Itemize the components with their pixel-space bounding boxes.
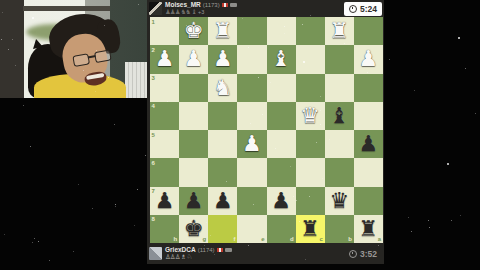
star bbox=[34, 238, 35, 239]
square-h8[interactable]: 8h bbox=[150, 215, 179, 243]
square-h4[interactable]: 4 bbox=[150, 102, 179, 130]
star bbox=[309, 196, 310, 197]
star bbox=[104, 25, 105, 26]
star bbox=[4, 234, 5, 235]
white-rook-b1: ♜ bbox=[325, 17, 354, 45]
square-f1[interactable]: ♜ bbox=[208, 17, 237, 45]
star bbox=[447, 163, 449, 165]
black-pawn-f7: ♟ bbox=[208, 187, 237, 215]
star bbox=[23, 105, 24, 106]
star bbox=[32, 242, 33, 243]
top-player-badge-icon bbox=[230, 3, 237, 7]
star bbox=[367, 72, 368, 73]
file-label-b: b bbox=[348, 236, 352, 242]
glasses bbox=[72, 49, 111, 65]
square-d2[interactable]: ♝ bbox=[267, 45, 296, 73]
star bbox=[95, 91, 96, 92]
square-g5[interactable] bbox=[179, 130, 208, 158]
star bbox=[115, 206, 116, 207]
square-e2[interactable] bbox=[237, 45, 266, 73]
rank-label-6: 6 bbox=[152, 160, 155, 166]
square-f6[interactable] bbox=[208, 158, 237, 186]
star bbox=[290, 166, 291, 167]
square-e6[interactable] bbox=[237, 158, 266, 186]
star bbox=[30, 146, 31, 147]
square-c5[interactable] bbox=[296, 130, 325, 158]
square-a3[interactable] bbox=[354, 74, 383, 102]
square-h2[interactable]: 2♟ bbox=[150, 45, 179, 73]
square-d7[interactable]: ♟ bbox=[267, 187, 296, 215]
bottom-player-bar: GriexDCA (1174) ♙♙♙ ♗ ♘ 3:52 bbox=[147, 243, 384, 264]
star bbox=[83, 70, 84, 71]
star bbox=[214, 254, 215, 255]
star bbox=[108, 77, 109, 78]
star bbox=[429, 227, 430, 228]
star bbox=[143, 93, 144, 94]
star bbox=[460, 215, 461, 216]
square-h3[interactable]: 3 bbox=[150, 74, 179, 102]
rank-label-2: 2 bbox=[152, 47, 155, 53]
top-player-captured-pieces: ♟♟♟ ♞♞ ♝ bbox=[165, 9, 196, 16]
star bbox=[188, 26, 189, 27]
square-g2[interactable]: ♟ bbox=[179, 45, 208, 73]
star bbox=[145, 155, 146, 156]
star bbox=[320, 110, 321, 111]
star bbox=[186, 25, 187, 26]
square-e3[interactable] bbox=[237, 74, 266, 102]
square-a6[interactable] bbox=[354, 158, 383, 186]
square-a1[interactable] bbox=[354, 17, 383, 45]
file-label-f: f bbox=[233, 236, 235, 242]
top-player-avatar[interactable] bbox=[149, 2, 162, 15]
square-g1[interactable]: ♚ bbox=[179, 17, 208, 45]
star bbox=[248, 245, 249, 246]
square-d8[interactable]: d bbox=[267, 215, 296, 243]
black-clock: 3:52 bbox=[344, 247, 382, 261]
star bbox=[115, 204, 116, 205]
square-d1[interactable] bbox=[267, 17, 296, 45]
star bbox=[310, 15, 311, 16]
star bbox=[49, 260, 50, 261]
top-player-rating: (1173) bbox=[203, 2, 220, 8]
star bbox=[316, 142, 317, 143]
square-g6[interactable] bbox=[179, 158, 208, 186]
star bbox=[275, 148, 276, 149]
square-e7[interactable] bbox=[237, 187, 266, 215]
star bbox=[378, 245, 379, 246]
chess-app-panel: Moises_MR (1173) ♟♟♟ ♞♞ ♝ +3 5:24 1♚♜♜2♟… bbox=[147, 0, 384, 264]
top-player-flag-icon bbox=[222, 3, 228, 7]
star bbox=[303, 61, 305, 63]
rank-label-1: 1 bbox=[152, 19, 155, 25]
white-pawn-g2: ♟ bbox=[179, 45, 208, 73]
square-a8[interactable]: a♜ bbox=[354, 215, 383, 243]
star bbox=[329, 139, 330, 140]
star bbox=[296, 200, 297, 201]
square-b6[interactable] bbox=[325, 158, 354, 186]
square-f2[interactable]: ♟ bbox=[208, 45, 237, 73]
square-c4[interactable]: ♛ bbox=[296, 102, 325, 130]
square-b2[interactable] bbox=[325, 45, 354, 73]
file-label-c: c bbox=[319, 236, 322, 242]
square-h6[interactable]: 6 bbox=[150, 158, 179, 186]
bottom-player-captured-pieces: ♙♙♙ ♗ ♘ bbox=[165, 254, 191, 261]
star bbox=[458, 37, 460, 39]
window-frame bbox=[23, 6, 110, 11]
rank-label-3: 3 bbox=[152, 75, 155, 81]
star bbox=[293, 196, 294, 197]
white-knight-f3: ♞ bbox=[208, 74, 237, 102]
white-queen-c4: ♛ bbox=[296, 102, 325, 130]
star bbox=[92, 208, 93, 209]
square-f3[interactable]: ♞ bbox=[208, 74, 237, 102]
top-player-bar: Moises_MR (1173) ♟♟♟ ♞♞ ♝ +3 5:24 bbox=[147, 0, 384, 17]
file-label-d: d bbox=[290, 236, 294, 242]
square-d5[interactable] bbox=[267, 130, 296, 158]
star bbox=[12, 39, 13, 40]
star bbox=[206, 222, 207, 223]
star bbox=[73, 251, 74, 252]
star bbox=[138, 4, 139, 5]
square-b5[interactable] bbox=[325, 130, 354, 158]
square-a4[interactable] bbox=[354, 102, 383, 130]
rank-label-7: 7 bbox=[152, 188, 155, 194]
star bbox=[465, 68, 466, 69]
star bbox=[38, 241, 39, 242]
star bbox=[302, 24, 303, 25]
star bbox=[134, 225, 135, 226]
square-c1[interactable] bbox=[296, 17, 325, 45]
square-g7[interactable]: ♟ bbox=[179, 187, 208, 215]
star bbox=[250, 123, 251, 124]
star bbox=[408, 217, 409, 218]
white-pawn-e5: ♟ bbox=[237, 130, 266, 158]
square-g3[interactable] bbox=[179, 74, 208, 102]
bottom-player-rating: (1174) bbox=[198, 247, 215, 253]
star bbox=[284, 26, 285, 27]
white-clock: 5:24 bbox=[344, 2, 382, 16]
star bbox=[299, 221, 300, 222]
square-b7[interactable]: ♛ bbox=[325, 187, 354, 215]
square-d3[interactable] bbox=[267, 74, 296, 102]
star bbox=[344, 43, 345, 44]
square-g4[interactable] bbox=[179, 102, 208, 130]
star bbox=[78, 184, 79, 185]
square-e1[interactable] bbox=[237, 17, 266, 45]
star bbox=[210, 235, 211, 236]
clock-icon bbox=[349, 250, 357, 258]
square-h7[interactable]: 7♟ bbox=[150, 187, 179, 215]
star bbox=[167, 101, 168, 102]
star bbox=[258, 77, 259, 78]
star bbox=[242, 18, 243, 19]
star bbox=[15, 65, 16, 66]
square-a7[interactable] bbox=[354, 187, 383, 215]
square-f4[interactable] bbox=[208, 102, 237, 130]
chess-board: 1♚♜♜2♟♟♟♝♟3♞4♛♝5♟♟67♟♟♟♟♛8hg♚fedc♜ba♜ bbox=[150, 17, 383, 243]
square-b8[interactable]: b bbox=[325, 215, 354, 243]
black-pawn-d7: ♟ bbox=[267, 187, 296, 215]
star bbox=[322, 178, 323, 179]
square-c3[interactable] bbox=[296, 74, 325, 102]
square-c8[interactable]: c♜ bbox=[296, 215, 325, 243]
file-label-a: a bbox=[378, 236, 381, 242]
white-rook-f1: ♜ bbox=[208, 17, 237, 45]
rank-label-5: 5 bbox=[152, 132, 155, 138]
square-g8[interactable]: g♚ bbox=[179, 215, 208, 243]
square-b1[interactable]: ♜ bbox=[325, 17, 354, 45]
star bbox=[114, 124, 115, 125]
rank-label-8: 8 bbox=[152, 216, 155, 222]
square-d6[interactable] bbox=[267, 158, 296, 186]
file-label-g: g bbox=[203, 236, 207, 242]
star bbox=[248, 47, 249, 48]
square-h1[interactable]: 1 bbox=[150, 17, 179, 45]
star bbox=[253, 204, 254, 205]
rank-label-4: 4 bbox=[152, 103, 155, 109]
star bbox=[389, 59, 390, 60]
black-clock-time: 3:52 bbox=[360, 249, 377, 259]
stream-scene: { "game": "chess", "position": { "fen": … bbox=[0, 0, 480, 270]
file-label-e: e bbox=[261, 236, 264, 242]
bottom-player-badge-icon bbox=[225, 248, 232, 252]
black-queen-b7: ♛ bbox=[325, 187, 354, 215]
star bbox=[137, 189, 138, 190]
star bbox=[300, 111, 301, 112]
top-player-material-advantage: +3 bbox=[198, 10, 204, 16]
square-b3[interactable] bbox=[325, 74, 354, 102]
star bbox=[1, 39, 2, 40]
star bbox=[320, 96, 321, 97]
square-a2[interactable]: ♟ bbox=[354, 45, 383, 73]
square-e4[interactable] bbox=[237, 102, 266, 130]
square-a5[interactable]: ♟ bbox=[354, 130, 383, 158]
star bbox=[8, 49, 9, 50]
star bbox=[451, 220, 452, 221]
webcam-overlay bbox=[0, 0, 147, 98]
star bbox=[2, 12, 3, 13]
star bbox=[475, 113, 476, 114]
star bbox=[270, 82, 271, 83]
black-pawn-g7: ♟ bbox=[179, 187, 208, 215]
square-b4[interactable]: ♝ bbox=[325, 102, 354, 130]
square-d4[interactable] bbox=[267, 102, 296, 130]
star bbox=[414, 90, 415, 91]
square-c7[interactable] bbox=[296, 187, 325, 215]
bottom-player-flag-icon bbox=[217, 248, 223, 252]
bottom-player-avatar[interactable] bbox=[149, 247, 162, 260]
white-king-g1: ♚ bbox=[179, 17, 208, 45]
square-f7[interactable]: ♟ bbox=[208, 187, 237, 215]
white-clock-time: 5:24 bbox=[360, 4, 377, 14]
star bbox=[320, 124, 321, 125]
square-e5[interactable]: ♟ bbox=[237, 130, 266, 158]
black-pawn-a5: ♟ bbox=[354, 130, 383, 158]
square-c2[interactable] bbox=[296, 45, 325, 73]
star bbox=[284, 33, 285, 34]
square-c6[interactable] bbox=[296, 158, 325, 186]
streamer-face bbox=[51, 16, 118, 91]
star bbox=[226, 181, 227, 182]
star bbox=[204, 245, 205, 246]
star bbox=[411, 231, 412, 232]
star bbox=[199, 62, 200, 63]
square-h5[interactable]: 5 bbox=[150, 130, 179, 158]
clock-icon bbox=[349, 5, 357, 13]
white-pawn-f2: ♟ bbox=[208, 45, 237, 73]
star bbox=[32, 17, 34, 19]
black-bishop-b4: ♝ bbox=[325, 102, 354, 130]
square-e8[interactable]: e bbox=[237, 215, 266, 243]
file-label-h: h bbox=[173, 236, 177, 242]
star bbox=[96, 50, 97, 51]
star bbox=[305, 259, 306, 260]
white-pawn-a2: ♟ bbox=[354, 45, 383, 73]
white-bishop-d2: ♝ bbox=[267, 45, 296, 73]
star bbox=[262, 114, 263, 115]
square-f8[interactable]: f bbox=[208, 215, 237, 243]
star bbox=[428, 220, 429, 221]
square-f5[interactable] bbox=[208, 130, 237, 158]
